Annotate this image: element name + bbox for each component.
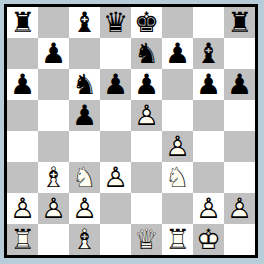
- black-piece-glyph: ♝: [69, 7, 100, 38]
- black-piece-glyph: ♟: [100, 69, 131, 100]
- square-g1[interactable]: ♚♔: [193, 224, 224, 255]
- white-pawn-e5[interactable]: ♟♙: [131, 100, 162, 131]
- board-frame: ♜♝♛♚♜♟♞♟♝♟♞♟♟♟♟♟♟♙♟♙♝♗♞♘♟♙♞♘♟♙♟♙♟♙♟♙♟♙♜♖…: [4, 4, 258, 258]
- white-pawn-a2[interactable]: ♟♙: [7, 193, 38, 224]
- square-a4[interactable]: [7, 131, 38, 162]
- square-f5[interactable]: [162, 100, 193, 131]
- square-g8[interactable]: [193, 7, 224, 38]
- square-a2[interactable]: ♟♙: [7, 193, 38, 224]
- square-g3[interactable]: [193, 162, 224, 193]
- white-piece-outline-glyph: ♙: [69, 193, 100, 224]
- square-e4[interactable]: [131, 131, 162, 162]
- white-piece-outline-glyph: ♘: [69, 162, 100, 193]
- black-piece-glyph: ♟: [7, 69, 38, 100]
- square-h4[interactable]: [224, 131, 255, 162]
- square-g7[interactable]: ♝: [193, 38, 224, 69]
- white-bishop-b3[interactable]: ♝♗: [38, 162, 69, 193]
- square-e8[interactable]: ♚: [131, 7, 162, 38]
- white-piece-outline-glyph: ♙: [7, 193, 38, 224]
- black-piece-glyph: ♛: [100, 7, 131, 38]
- square-d6[interactable]: ♟: [100, 69, 131, 100]
- square-a5[interactable]: [7, 100, 38, 131]
- square-c2[interactable]: ♟♙: [69, 193, 100, 224]
- square-c6[interactable]: ♞: [69, 69, 100, 100]
- square-b6[interactable]: [38, 69, 69, 100]
- black-piece-glyph: ♝: [193, 38, 224, 69]
- white-piece-outline-glyph: ♙: [162, 131, 193, 162]
- square-a1[interactable]: ♜♖: [7, 224, 38, 255]
- white-piece-outline-glyph: ♙: [100, 162, 131, 193]
- black-piece-glyph: ♞: [131, 38, 162, 69]
- white-pawn-g2[interactable]: ♟♙: [193, 193, 224, 224]
- white-rook-f1[interactable]: ♜♖: [162, 224, 193, 255]
- black-piece-glyph: ♟: [224, 69, 255, 100]
- black-piece-glyph: ♚: [131, 7, 162, 38]
- square-g6[interactable]: ♟: [193, 69, 224, 100]
- black-piece-glyph: ♟: [193, 69, 224, 100]
- black-piece-glyph: ♟: [131, 69, 162, 100]
- white-piece-outline-glyph: ♕: [131, 224, 162, 255]
- black-knight-e7[interactable]: ♞: [131, 38, 162, 69]
- black-pawn-d6[interactable]: ♟: [100, 69, 131, 100]
- white-piece-outline-glyph: ♙: [131, 100, 162, 131]
- square-e3[interactable]: [131, 162, 162, 193]
- square-f2[interactable]: [162, 193, 193, 224]
- black-pawn-b7[interactable]: ♟: [38, 38, 69, 69]
- white-piece-outline-glyph: ♗: [38, 162, 69, 193]
- white-piece-outline-glyph: ♔: [193, 224, 224, 255]
- black-rook-h8[interactable]: ♜: [224, 7, 255, 38]
- square-h6[interactable]: ♟: [224, 69, 255, 100]
- square-e2[interactable]: [131, 193, 162, 224]
- square-f1[interactable]: ♜♖: [162, 224, 193, 255]
- square-b7[interactable]: ♟: [38, 38, 69, 69]
- square-a3[interactable]: [7, 162, 38, 193]
- white-pawn-h2[interactable]: ♟♙: [224, 193, 255, 224]
- square-f8[interactable]: [162, 7, 193, 38]
- white-bishop-c1[interactable]: ♝♗: [69, 224, 100, 255]
- square-e7[interactable]: ♞: [131, 38, 162, 69]
- black-piece-glyph: ♟: [69, 100, 100, 131]
- black-king-e8[interactable]: ♚: [131, 7, 162, 38]
- square-d1[interactable]: [100, 224, 131, 255]
- square-h8[interactable]: ♜: [224, 7, 255, 38]
- square-c7[interactable]: [69, 38, 100, 69]
- square-d7[interactable]: [100, 38, 131, 69]
- square-g5[interactable]: [193, 100, 224, 131]
- white-pawn-d3[interactable]: ♟♙: [100, 162, 131, 193]
- square-c3[interactable]: ♞♘: [69, 162, 100, 193]
- white-knight-c3[interactable]: ♞♘: [69, 162, 100, 193]
- square-c8[interactable]: ♝: [69, 7, 100, 38]
- square-a8[interactable]: ♜: [7, 7, 38, 38]
- black-rook-a8[interactable]: ♜: [7, 7, 38, 38]
- square-a6[interactable]: ♟: [7, 69, 38, 100]
- black-piece-glyph: ♞: [69, 69, 100, 100]
- square-g4[interactable]: [193, 131, 224, 162]
- square-f7[interactable]: ♟: [162, 38, 193, 69]
- white-piece-outline-glyph: ♖: [162, 224, 193, 255]
- white-queen-e1[interactable]: ♛♕: [131, 224, 162, 255]
- square-e5[interactable]: ♟♙: [131, 100, 162, 131]
- square-e6[interactable]: ♟: [131, 69, 162, 100]
- white-piece-outline-glyph: ♙: [38, 193, 69, 224]
- square-h7[interactable]: [224, 38, 255, 69]
- black-pawn-c5[interactable]: ♟: [69, 100, 100, 131]
- black-piece-glyph: ♜: [224, 7, 255, 38]
- square-h2[interactable]: ♟♙: [224, 193, 255, 224]
- chess-diagram: ♜♝♛♚♜♟♞♟♝♟♞♟♟♟♟♟♟♙♟♙♝♗♞♘♟♙♞♘♟♙♟♙♟♙♟♙♟♙♜♖…: [0, 0, 264, 264]
- black-pawn-e6[interactable]: ♟: [131, 69, 162, 100]
- white-knight-f3[interactable]: ♞♘: [162, 162, 193, 193]
- square-d4[interactable]: [100, 131, 131, 162]
- square-f6[interactable]: [162, 69, 193, 100]
- square-d2[interactable]: [100, 193, 131, 224]
- square-h1[interactable]: [224, 224, 255, 255]
- black-bishop-c8[interactable]: ♝: [69, 7, 100, 38]
- square-b8[interactable]: [38, 7, 69, 38]
- black-knight-c6[interactable]: ♞: [69, 69, 100, 100]
- square-c1[interactable]: ♝♗: [69, 224, 100, 255]
- chess-board: ♜♝♛♚♜♟♞♟♝♟♞♟♟♟♟♟♟♙♟♙♝♗♞♘♟♙♞♘♟♙♟♙♟♙♟♙♟♙♜♖…: [7, 7, 255, 255]
- square-f4[interactable]: ♟♙: [162, 131, 193, 162]
- square-h5[interactable]: [224, 100, 255, 131]
- square-c4[interactable]: [69, 131, 100, 162]
- white-piece-outline-glyph: ♖: [7, 224, 38, 255]
- white-pawn-c2[interactable]: ♟♙: [69, 193, 100, 224]
- square-e1[interactable]: ♛♕: [131, 224, 162, 255]
- square-c5[interactable]: ♟: [69, 100, 100, 131]
- white-rook-a1[interactable]: ♜♖: [7, 224, 38, 255]
- square-b3[interactable]: ♝♗: [38, 162, 69, 193]
- square-b4[interactable]: [38, 131, 69, 162]
- square-a7[interactable]: [7, 38, 38, 69]
- white-piece-outline-glyph: ♗: [69, 224, 100, 255]
- white-piece-outline-glyph: ♙: [224, 193, 255, 224]
- black-pawn-g6[interactable]: ♟: [193, 69, 224, 100]
- square-d3[interactable]: ♟♙: [100, 162, 131, 193]
- square-b5[interactable]: [38, 100, 69, 131]
- black-pawn-a6[interactable]: ♟: [7, 69, 38, 100]
- white-piece-outline-glyph: ♘: [162, 162, 193, 193]
- square-g2[interactable]: ♟♙: [193, 193, 224, 224]
- black-piece-glyph: ♜: [7, 7, 38, 38]
- white-piece-outline-glyph: ♙: [193, 193, 224, 224]
- black-bishop-g7[interactable]: ♝: [193, 38, 224, 69]
- black-piece-glyph: ♟: [162, 38, 193, 69]
- square-f3[interactable]: ♞♘: [162, 162, 193, 193]
- white-pawn-f4[interactable]: ♟♙: [162, 131, 193, 162]
- black-queen-d8[interactable]: ♛: [100, 7, 131, 38]
- square-d8[interactable]: ♛: [100, 7, 131, 38]
- square-b1[interactable]: [38, 224, 69, 255]
- black-pawn-h6[interactable]: ♟: [224, 69, 255, 100]
- square-d5[interactable]: [100, 100, 131, 131]
- black-pawn-f7[interactable]: ♟: [162, 38, 193, 69]
- black-piece-glyph: ♟: [38, 38, 69, 69]
- white-king-g1[interactable]: ♚♔: [193, 224, 224, 255]
- square-b2[interactable]: ♟♙: [38, 193, 69, 224]
- white-pawn-b2[interactable]: ♟♙: [38, 193, 69, 224]
- square-h3[interactable]: [224, 162, 255, 193]
